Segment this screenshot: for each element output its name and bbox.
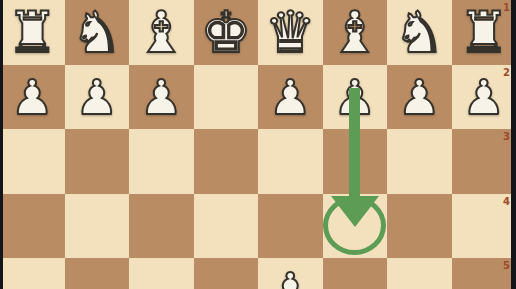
square-a5[interactable]: 5 (452, 258, 516, 289)
white-pawn[interactable]: ♟ (11, 73, 54, 121)
square-h1[interactable]: ♜ (0, 0, 65, 65)
square-c1[interactable]: ♝ (323, 0, 388, 65)
white-bishop[interactable]: ♝ (136, 4, 187, 61)
square-b1[interactable]: ♞ (387, 0, 452, 65)
square-d3[interactable] (258, 129, 323, 194)
square-g3[interactable] (65, 129, 130, 194)
white-pawn[interactable]: ♟ (140, 73, 183, 121)
rank-label-1: 1 (503, 2, 510, 13)
white-king[interactable]: ♚ (200, 4, 251, 61)
square-g2[interactable]: ♟ (65, 65, 130, 130)
square-d1[interactable]: ♛ (258, 0, 323, 65)
white-knight[interactable]: ♞ (71, 4, 122, 61)
square-f1[interactable]: ♝ (129, 0, 194, 65)
square-d5[interactable]: ♟ (258, 258, 323, 289)
chess-video-frame: ♜♞♝♚♛♝♞♜1♟♟♟♟♟♟♟234♟5 (0, 0, 516, 289)
square-d4[interactable] (258, 194, 323, 259)
square-b4[interactable] (387, 194, 452, 259)
square-g5[interactable] (65, 258, 130, 289)
frame-edge-right (511, 0, 516, 289)
white-pawn[interactable]: ♟ (75, 73, 118, 121)
move-arrow-tail (349, 88, 360, 197)
square-g1[interactable]: ♞ (65, 0, 130, 65)
square-f5[interactable] (129, 258, 194, 289)
square-g4[interactable] (65, 194, 130, 259)
chess-board[interactable]: ♜♞♝♚♛♝♞♜1♟♟♟♟♟♟♟234♟5 (0, 0, 516, 289)
square-f3[interactable] (129, 129, 194, 194)
rank-label-4: 4 (503, 196, 510, 207)
white-rook[interactable]: ♜ (458, 4, 509, 61)
square-a3[interactable]: 3 (452, 129, 516, 194)
square-a2[interactable]: ♟2 (452, 65, 516, 130)
white-pawn[interactable]: ♟ (398, 73, 441, 121)
white-pawn[interactable]: ♟ (269, 266, 312, 289)
white-bishop[interactable]: ♝ (329, 4, 380, 61)
square-b2[interactable]: ♟ (387, 65, 452, 130)
white-pawn[interactable]: ♟ (462, 73, 505, 121)
white-rook[interactable]: ♜ (7, 4, 58, 61)
square-f4[interactable] (129, 194, 194, 259)
square-e5[interactable] (194, 258, 259, 289)
square-e1[interactable]: ♚ (194, 0, 259, 65)
rank-label-2: 2 (503, 67, 510, 78)
square-h5[interactable] (0, 258, 65, 289)
square-b3[interactable] (387, 129, 452, 194)
white-queen[interactable]: ♛ (265, 4, 316, 61)
square-a1[interactable]: ♜1 (452, 0, 516, 65)
square-d2[interactable]: ♟ (258, 65, 323, 130)
square-e4[interactable] (194, 194, 259, 259)
frame-edge-left (0, 0, 3, 289)
square-c5[interactable] (323, 258, 388, 289)
white-knight[interactable]: ♞ (394, 4, 445, 61)
rank-label-5: 5 (503, 260, 510, 271)
move-arrow-head (331, 196, 379, 227)
white-pawn[interactable]: ♟ (269, 73, 312, 121)
square-h2[interactable]: ♟ (0, 65, 65, 130)
square-e3[interactable] (194, 129, 259, 194)
square-b5[interactable] (387, 258, 452, 289)
rank-label-3: 3 (503, 131, 510, 142)
square-f2[interactable]: ♟ (129, 65, 194, 130)
square-h4[interactable] (0, 194, 65, 259)
square-h3[interactable] (0, 129, 65, 194)
square-a4[interactable]: 4 (452, 194, 516, 259)
square-e2[interactable] (194, 65, 259, 130)
